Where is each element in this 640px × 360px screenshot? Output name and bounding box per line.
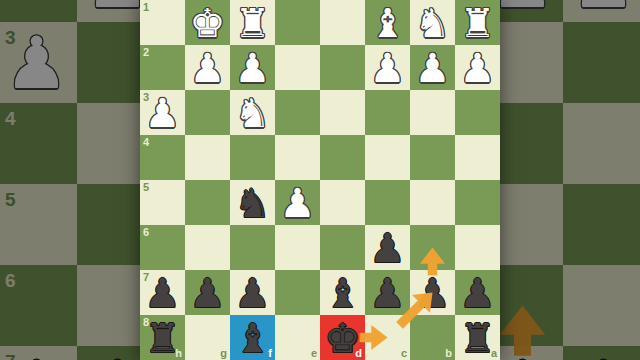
square-a6[interactable]	[455, 225, 500, 270]
piece-black-pawn[interactable]: ♟	[365, 270, 410, 315]
piece-black-pawn[interactable]: ♟	[410, 270, 455, 315]
square-d8[interactable]: d♚	[320, 315, 365, 360]
square-b6[interactable]	[410, 225, 455, 270]
square-g6[interactable]	[185, 225, 230, 270]
square-f6[interactable]	[230, 225, 275, 270]
square-f5[interactable]: ♞	[230, 180, 275, 225]
piece-white-king[interactable]: ♚	[185, 0, 230, 45]
piece-black-rook[interactable]: ♜	[140, 315, 185, 360]
square-g8[interactable]: g	[185, 315, 230, 360]
piece-white-pawn[interactable]: ♟	[275, 180, 320, 225]
rank-label-2: 2	[143, 47, 149, 58]
square-a3[interactable]	[455, 90, 500, 135]
square-a5[interactable]	[455, 180, 500, 225]
square-a2[interactable]: ♟	[455, 45, 500, 90]
file-label-c: c	[401, 348, 407, 359]
square-h3[interactable]: 3♟	[140, 90, 185, 135]
square-e3[interactable]	[275, 90, 320, 135]
chess-board-container: 1♚♜♝♞♜2♟♟♟♟♟3♟♞45♞♟6♟7♟♟♟♝♟♟♟8h♜gf♝ed♚cb…	[140, 0, 500, 360]
square-a1[interactable]: ♜	[455, 0, 500, 45]
square-d3[interactable]	[320, 90, 365, 135]
square-d7[interactable]: ♝	[320, 270, 365, 315]
rank-label-5: 5	[143, 182, 149, 193]
square-a8[interactable]: a♜	[455, 315, 500, 360]
square-f4[interactable]	[230, 135, 275, 180]
piece-white-knight[interactable]: ♞	[410, 0, 455, 45]
piece-black-rook[interactable]: ♜	[455, 315, 500, 360]
piece-black-bishop[interactable]: ♝	[230, 315, 275, 360]
square-d5[interactable]	[320, 180, 365, 225]
square-b4[interactable]	[410, 135, 455, 180]
square-f7[interactable]: ♟	[230, 270, 275, 315]
square-b8[interactable]: b	[410, 315, 455, 360]
piece-white-knight[interactable]: ♞	[230, 90, 275, 135]
piece-black-king[interactable]: ♚	[320, 315, 365, 360]
square-d6[interactable]	[320, 225, 365, 270]
file-label-e: e	[311, 348, 317, 359]
square-e5[interactable]: ♟	[275, 180, 320, 225]
square-d2[interactable]	[320, 45, 365, 90]
square-h1[interactable]: 1	[140, 0, 185, 45]
square-h2[interactable]: 2	[140, 45, 185, 90]
square-g2[interactable]: ♟	[185, 45, 230, 90]
square-f1[interactable]: ♜	[230, 0, 275, 45]
square-g7[interactable]: ♟	[185, 270, 230, 315]
piece-white-pawn[interactable]: ♟	[230, 45, 275, 90]
square-d4[interactable]	[320, 135, 365, 180]
square-c6[interactable]: ♟	[365, 225, 410, 270]
square-h6[interactable]: 6	[140, 225, 185, 270]
rank-label-6: 6	[143, 227, 149, 238]
piece-black-knight[interactable]: ♞	[230, 180, 275, 225]
square-h5[interactable]: 5	[140, 180, 185, 225]
square-e6[interactable]	[275, 225, 320, 270]
square-e7[interactable]	[275, 270, 320, 315]
square-e2[interactable]	[275, 45, 320, 90]
piece-white-pawn[interactable]: ♟	[455, 45, 500, 90]
piece-black-bishop[interactable]: ♝	[320, 270, 365, 315]
piece-black-pawn[interactable]: ♟	[365, 225, 410, 270]
square-g4[interactable]	[185, 135, 230, 180]
rank-label-4: 4	[143, 137, 149, 148]
square-g5[interactable]	[185, 180, 230, 225]
square-c5[interactable]	[365, 180, 410, 225]
file-label-b: b	[445, 348, 452, 359]
square-g3[interactable]	[185, 90, 230, 135]
square-a7[interactable]: ♟	[455, 270, 500, 315]
square-c2[interactable]: ♟	[365, 45, 410, 90]
square-e4[interactable]	[275, 135, 320, 180]
square-b5[interactable]	[410, 180, 455, 225]
piece-black-pawn[interactable]: ♟	[455, 270, 500, 315]
file-label-g: g	[220, 348, 227, 359]
piece-white-pawn[interactable]: ♟	[365, 45, 410, 90]
piece-white-pawn[interactable]: ♟	[140, 90, 185, 135]
square-d1[interactable]	[320, 0, 365, 45]
square-f3[interactable]: ♞	[230, 90, 275, 135]
square-e8[interactable]: e	[275, 315, 320, 360]
chess-board[interactable]: 1♚♜♝♞♜2♟♟♟♟♟3♟♞45♞♟6♟7♟♟♟♝♟♟♟8h♜gf♝ed♚cb…	[140, 0, 500, 360]
square-h7[interactable]: 7♟	[140, 270, 185, 315]
square-g1[interactable]: ♚	[185, 0, 230, 45]
square-a4[interactable]	[455, 135, 500, 180]
square-b2[interactable]: ♟	[410, 45, 455, 90]
piece-black-pawn[interactable]: ♟	[185, 270, 230, 315]
square-b3[interactable]	[410, 90, 455, 135]
piece-white-pawn[interactable]: ♟	[410, 45, 455, 90]
square-c7[interactable]: ♟	[365, 270, 410, 315]
square-c8[interactable]: c	[365, 315, 410, 360]
square-b7[interactable]: ♟	[410, 270, 455, 315]
piece-white-rook[interactable]: ♜	[230, 0, 275, 45]
piece-white-bishop[interactable]: ♝	[365, 0, 410, 45]
piece-white-pawn[interactable]: ♟	[185, 45, 230, 90]
piece-black-pawn[interactable]: ♟	[230, 270, 275, 315]
square-b1[interactable]: ♞	[410, 0, 455, 45]
piece-black-pawn[interactable]: ♟	[140, 270, 185, 315]
square-c4[interactable]	[365, 135, 410, 180]
square-f2[interactable]: ♟	[230, 45, 275, 90]
square-c3[interactable]	[365, 90, 410, 135]
square-h4[interactable]: 4	[140, 135, 185, 180]
rank-label-1: 1	[143, 2, 149, 13]
square-c1[interactable]: ♝	[365, 0, 410, 45]
square-f8[interactable]: f♝	[230, 315, 275, 360]
square-h8[interactable]: 8h♜	[140, 315, 185, 360]
piece-white-rook[interactable]: ♜	[455, 0, 500, 45]
square-e1[interactable]	[275, 0, 320, 45]
video-frame: 1♚♜♝♞♜2♟♟♟♟♟3♟♞45♞♟6♟7♟♟♟♝♟♟♟8h♜gf♝ed♚cb…	[0, 0, 640, 360]
